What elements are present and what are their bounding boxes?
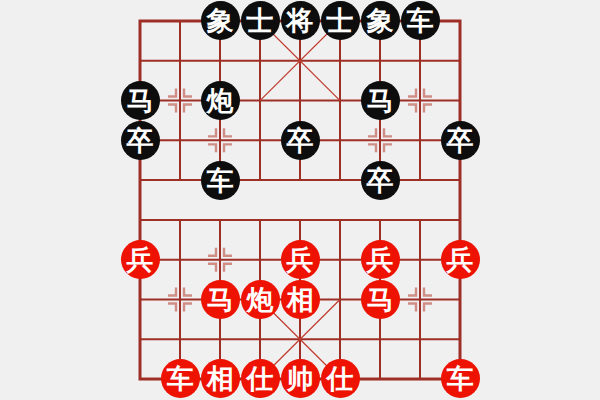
piece-red-horse[interactable]: 马	[361, 280, 400, 319]
piece-red-soldier[interactable]: 兵	[121, 240, 160, 279]
piece-red-soldier[interactable]: 兵	[361, 240, 400, 279]
piece-black-cannon[interactable]: 炮	[201, 81, 240, 120]
piece-black-soldier[interactable]: 卒	[361, 161, 400, 200]
piece-black-king[interactable]: 将	[281, 1, 320, 40]
piece-red-soldier[interactable]: 兵	[441, 240, 480, 279]
piece-black-chariot[interactable]: 车	[201, 161, 240, 200]
piece-red-soldier[interactable]: 兵	[281, 240, 320, 279]
piece-red-cannon[interactable]: 炮	[241, 280, 280, 319]
piece-black-elephant[interactable]: 象	[361, 1, 400, 40]
piece-black-horse[interactable]: 马	[361, 81, 400, 120]
piece-red-king[interactable]: 帅	[281, 359, 320, 398]
piece-red-chariot[interactable]: 车	[441, 359, 480, 398]
pieces-layer: 象士将士象车马炮马卒卒卒车卒兵兵兵兵马炮相马车相仕帅仕车	[120, 1, 480, 399]
piece-red-chariot[interactable]: 车	[161, 359, 200, 398]
xiangqi-board: 象士将士象车马炮马卒卒卒车卒兵兵兵兵马炮相马车相仕帅仕车	[0, 0, 600, 400]
piece-black-horse[interactable]: 马	[121, 81, 160, 120]
piece-red-advisor[interactable]: 仕	[321, 359, 360, 398]
piece-black-soldier[interactable]: 卒	[281, 121, 320, 160]
piece-black-soldier[interactable]: 卒	[441, 121, 480, 160]
piece-black-elephant[interactable]: 象	[201, 1, 240, 40]
piece-black-soldier[interactable]: 卒	[121, 121, 160, 160]
piece-red-elephant[interactable]: 相	[201, 359, 240, 398]
piece-black-advisor[interactable]: 士	[321, 1, 360, 40]
piece-black-chariot[interactable]: 车	[401, 1, 440, 40]
piece-red-advisor[interactable]: 仕	[241, 359, 280, 398]
piece-red-horse[interactable]: 马	[201, 280, 240, 319]
piece-red-elephant[interactable]: 相	[281, 280, 320, 319]
piece-black-advisor[interactable]: 士	[241, 1, 280, 40]
